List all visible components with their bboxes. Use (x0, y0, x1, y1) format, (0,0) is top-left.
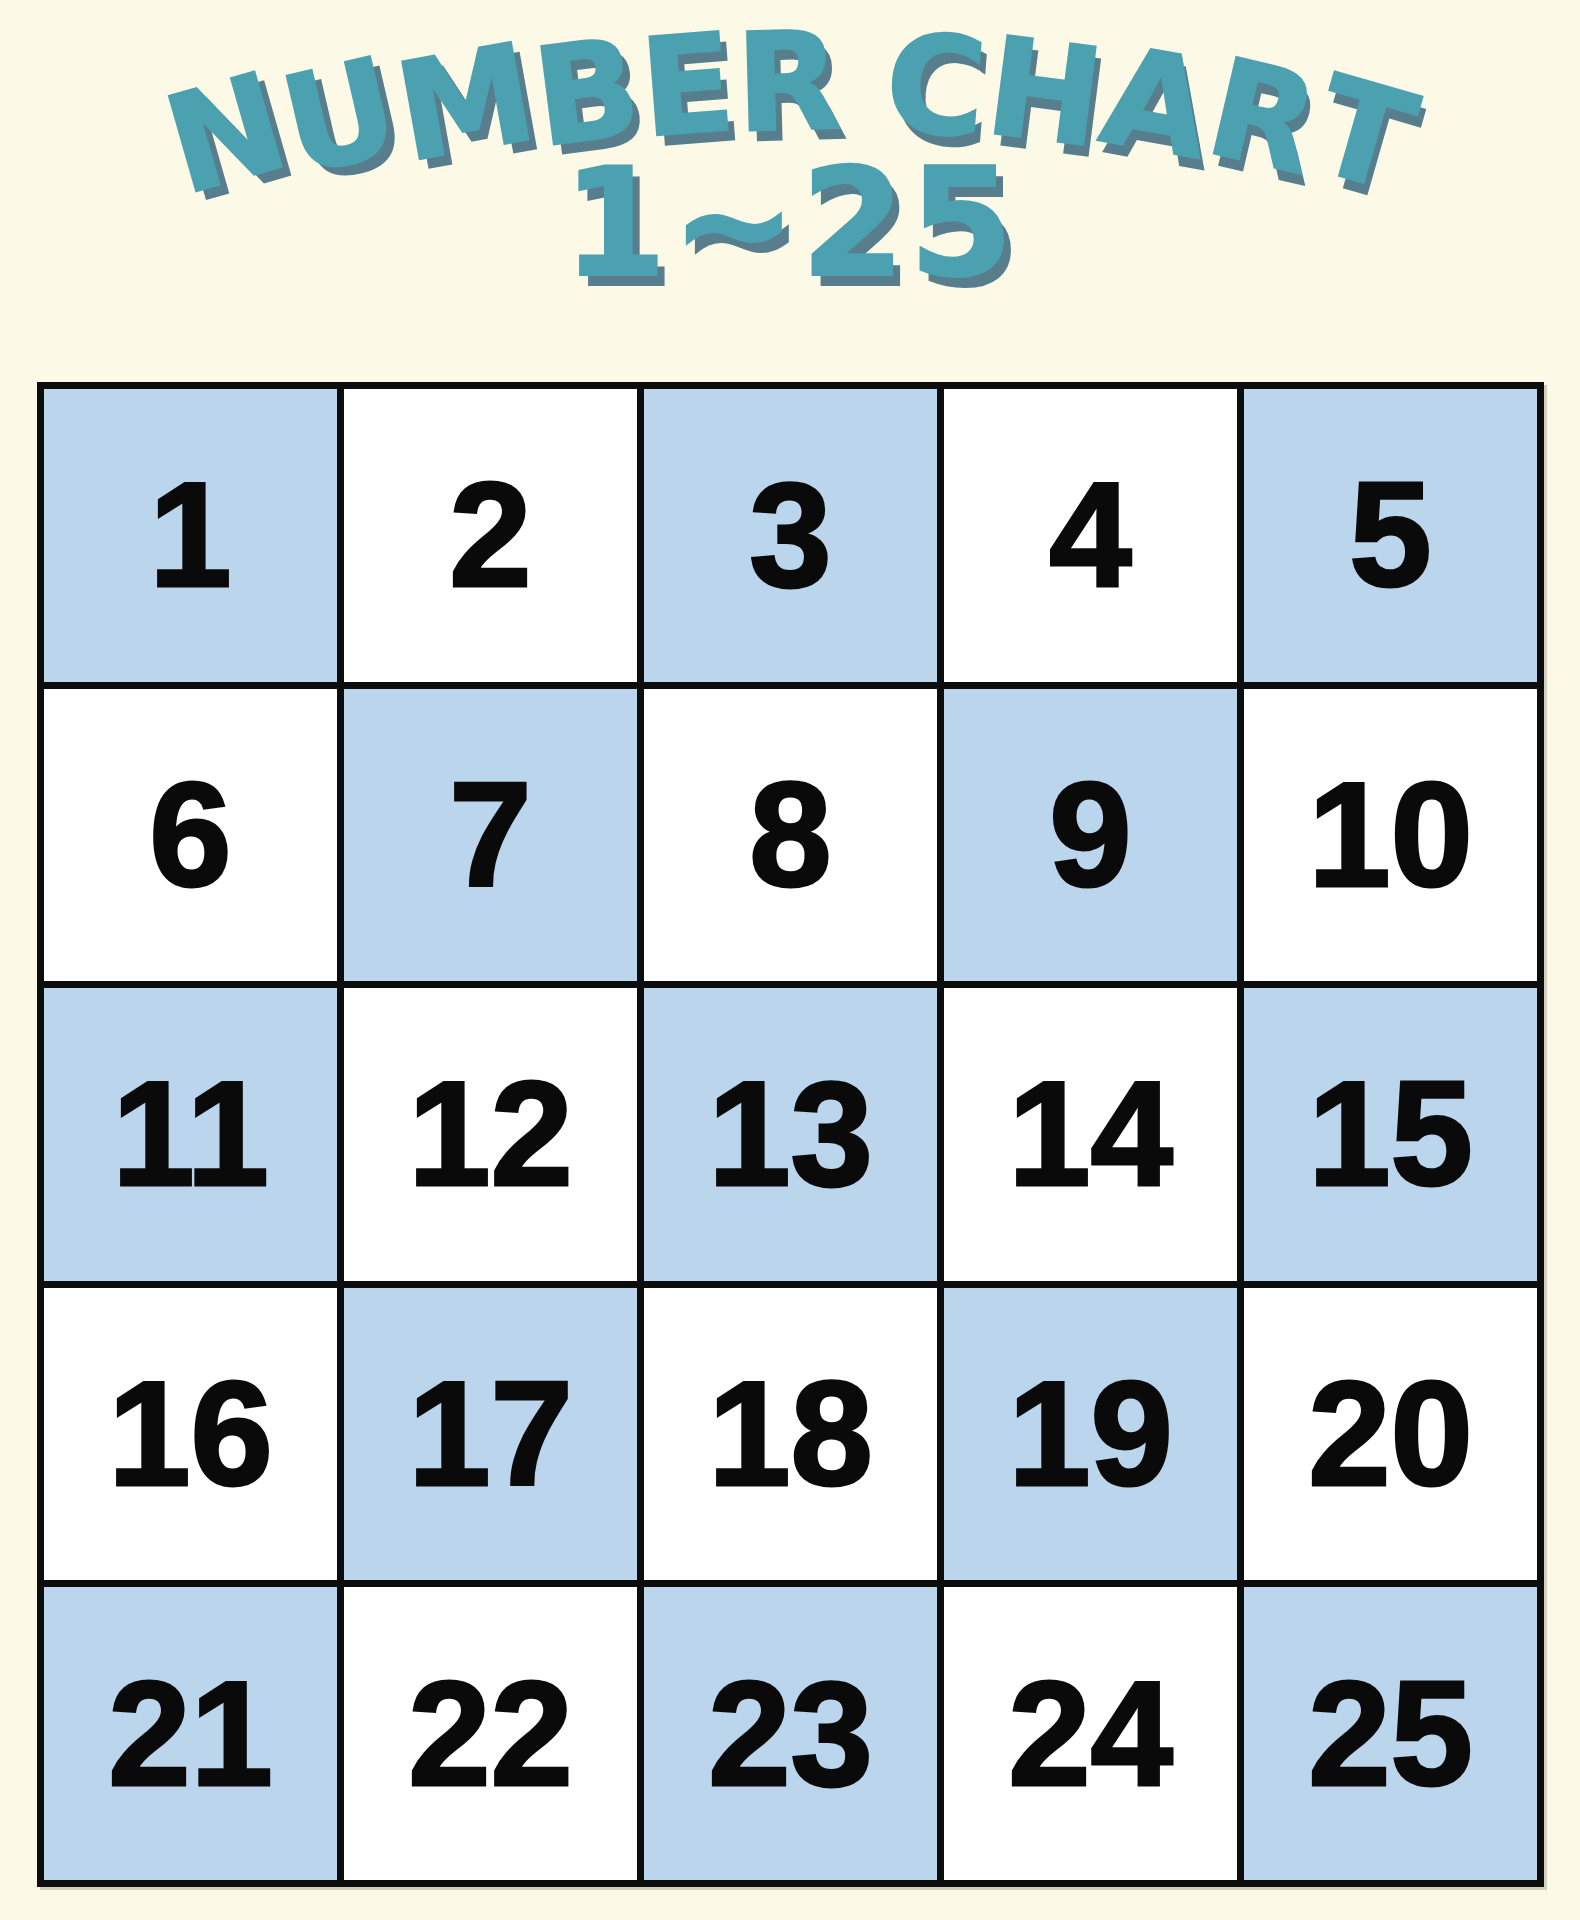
cell-1: 1 (44, 389, 337, 682)
cell-8: 8 (644, 689, 937, 982)
number-chart-poster: { "game": "number chart (counting grid)"… (0, 0, 1580, 1920)
cell-5: 5 (1244, 389, 1537, 682)
cell-12: 12 (344, 988, 637, 1281)
range-subtitle: 1~25 (0, 148, 1580, 298)
cell-16: 16 (44, 1288, 337, 1581)
cell-7: 7 (344, 689, 637, 982)
number-grid: 1234567891011121314151617181920212223242… (37, 382, 1544, 1887)
title-space (842, 14, 884, 15)
title-letter: R (734, 13, 842, 152)
cell-10: 10 (1244, 689, 1537, 982)
cell-4: 4 (944, 389, 1237, 682)
cell-3: 3 (644, 389, 937, 682)
cell-21: 21 (44, 1587, 337, 1880)
cell-13: 13 (644, 988, 937, 1281)
cell-9: 9 (944, 689, 1237, 982)
cell-20: 20 (1244, 1288, 1537, 1581)
cell-6: 6 (44, 689, 337, 982)
cell-18: 18 (644, 1288, 937, 1581)
cell-17: 17 (344, 1288, 637, 1581)
cell-22: 22 (344, 1587, 637, 1880)
cell-2: 2 (344, 389, 637, 682)
cell-25: 25 (1244, 1587, 1537, 1880)
cell-24: 24 (944, 1587, 1237, 1880)
cell-15: 15 (1244, 988, 1537, 1281)
cell-23: 23 (644, 1587, 937, 1880)
cell-19: 19 (944, 1288, 1237, 1581)
cell-11: 11 (44, 988, 337, 1281)
cell-14: 14 (944, 988, 1237, 1281)
